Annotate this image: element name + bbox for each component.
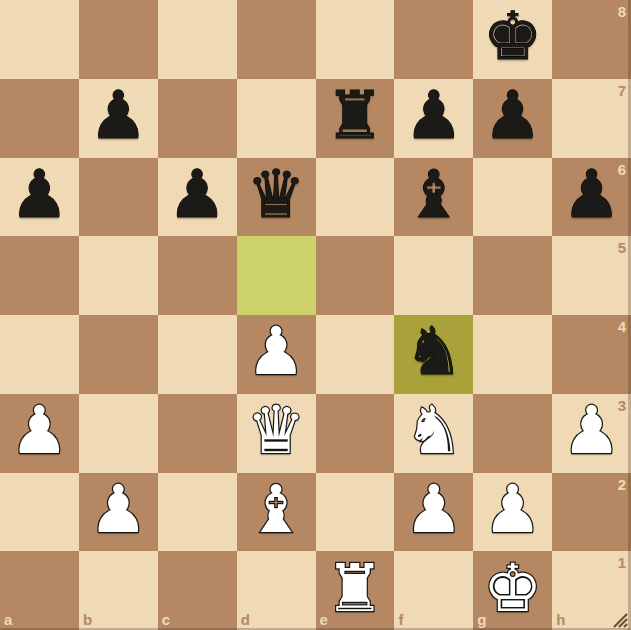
piece-black-queen[interactable]: ♛: [246, 162, 305, 228]
piece-black-rook[interactable]: ♜: [325, 83, 384, 149]
square-d3[interactable]: ♛: [237, 394, 316, 473]
square-b6[interactable]: [79, 158, 158, 237]
square-a7[interactable]: [0, 79, 79, 158]
square-a5[interactable]: [0, 236, 79, 315]
coord-rank-5: 5: [618, 240, 626, 255]
coord-file-f: f: [398, 612, 403, 627]
square-d4[interactable]: ♟: [237, 315, 316, 394]
square-d6[interactable]: ♛: [237, 158, 316, 237]
square-b2[interactable]: ♟: [79, 473, 158, 552]
square-e2[interactable]: [316, 473, 395, 552]
piece-black-king[interactable]: ♚: [483, 4, 542, 70]
square-h3[interactable]: ♟3: [552, 394, 631, 473]
square-c7[interactable]: [158, 79, 237, 158]
piece-white-pawn[interactable]: ♟: [89, 477, 148, 543]
piece-black-pawn[interactable]: ♟: [404, 83, 463, 149]
square-g2[interactable]: ♟: [473, 473, 552, 552]
square-d1[interactable]: d: [237, 551, 316, 630]
square-a6[interactable]: ♟: [0, 158, 79, 237]
square-h2[interactable]: 2: [552, 473, 631, 552]
piece-white-bishop[interactable]: ♝: [246, 477, 305, 543]
coord-file-h: h: [556, 612, 565, 627]
coord-rank-4: 4: [618, 319, 626, 334]
piece-black-pawn[interactable]: ♟: [10, 162, 69, 228]
piece-black-pawn[interactable]: ♟: [89, 83, 148, 149]
square-b3[interactable]: [79, 394, 158, 473]
coord-file-c: c: [162, 612, 170, 627]
square-a1[interactable]: a: [0, 551, 79, 630]
square-h6[interactable]: ♟6: [552, 158, 631, 237]
coord-file-b: b: [83, 612, 92, 627]
piece-black-pawn[interactable]: ♟: [168, 162, 227, 228]
square-e4[interactable]: [316, 315, 395, 394]
square-f5[interactable]: [394, 236, 473, 315]
square-f7[interactable]: ♟: [394, 79, 473, 158]
coord-file-a: a: [4, 612, 12, 627]
board-resize-handle-icon[interactable]: [608, 608, 628, 628]
square-c6[interactable]: ♟: [158, 158, 237, 237]
square-e5[interactable]: [316, 236, 395, 315]
square-c8[interactable]: [158, 0, 237, 79]
square-d8[interactable]: [237, 0, 316, 79]
square-b7[interactable]: ♟: [79, 79, 158, 158]
piece-white-pawn[interactable]: ♟: [404, 477, 463, 543]
piece-white-knight[interactable]: ♞: [404, 398, 463, 464]
square-c2[interactable]: [158, 473, 237, 552]
coord-rank-8: 8: [618, 4, 626, 19]
square-g1[interactable]: ♚g: [473, 551, 552, 630]
square-h8[interactable]: 8: [552, 0, 631, 79]
square-c5[interactable]: [158, 236, 237, 315]
square-a4[interactable]: [0, 315, 79, 394]
coord-rank-1: 1: [618, 555, 626, 570]
square-f1[interactable]: f: [394, 551, 473, 630]
chess-board-widget: ♚8♟♜♟♟7♟♟♛♝♟65♟♞4♟♛♞♟3♟♝♟♟2abcd♜ef♚gh1: [0, 0, 631, 630]
piece-white-king[interactable]: ♚: [483, 556, 542, 622]
coord-rank-7: 7: [618, 83, 626, 98]
coord-file-d: d: [241, 612, 250, 627]
square-e6[interactable]: [316, 158, 395, 237]
piece-white-pawn[interactable]: ♟: [483, 477, 542, 543]
square-a3[interactable]: ♟: [0, 394, 79, 473]
square-d7[interactable]: [237, 79, 316, 158]
square-b4[interactable]: [79, 315, 158, 394]
piece-black-bishop[interactable]: ♝: [404, 162, 463, 228]
square-b1[interactable]: b: [79, 551, 158, 630]
piece-white-pawn[interactable]: ♟: [246, 319, 305, 385]
coord-rank-2: 2: [618, 477, 626, 492]
chess-board: ♚8♟♜♟♟7♟♟♛♝♟65♟♞4♟♛♞♟3♟♝♟♟2abcd♜ef♚gh1: [0, 0, 631, 630]
square-f3[interactable]: ♞: [394, 394, 473, 473]
square-g7[interactable]: ♟: [473, 79, 552, 158]
piece-black-pawn[interactable]: ♟: [562, 162, 621, 228]
piece-white-queen[interactable]: ♛: [246, 398, 305, 464]
square-f8[interactable]: [394, 0, 473, 79]
square-h5[interactable]: 5: [552, 236, 631, 315]
piece-white-rook[interactable]: ♜: [325, 556, 384, 622]
square-c1[interactable]: c: [158, 551, 237, 630]
square-d5[interactable]: [237, 236, 316, 315]
square-d2[interactable]: ♝: [237, 473, 316, 552]
square-g4[interactable]: [473, 315, 552, 394]
square-g5[interactable]: [473, 236, 552, 315]
piece-black-pawn[interactable]: ♟: [483, 83, 542, 149]
square-e7[interactable]: ♜: [316, 79, 395, 158]
piece-white-pawn[interactable]: ♟: [10, 398, 69, 464]
square-g3[interactable]: [473, 394, 552, 473]
square-e8[interactable]: [316, 0, 395, 79]
piece-white-pawn[interactable]: ♟: [562, 398, 621, 464]
square-f2[interactable]: ♟: [394, 473, 473, 552]
square-h4[interactable]: 4: [552, 315, 631, 394]
piece-black-knight[interactable]: ♞: [404, 319, 463, 385]
square-f6[interactable]: ♝: [394, 158, 473, 237]
square-e3[interactable]: [316, 394, 395, 473]
square-b8[interactable]: [79, 0, 158, 79]
square-f4[interactable]: ♞: [394, 315, 473, 394]
square-c3[interactable]: [158, 394, 237, 473]
square-b5[interactable]: [79, 236, 158, 315]
square-g6[interactable]: [473, 158, 552, 237]
square-c4[interactable]: [158, 315, 237, 394]
square-h7[interactable]: 7: [552, 79, 631, 158]
square-e1[interactable]: ♜e: [316, 551, 395, 630]
square-g8[interactable]: ♚: [473, 0, 552, 79]
square-a8[interactable]: [0, 0, 79, 79]
square-a2[interactable]: [0, 473, 79, 552]
